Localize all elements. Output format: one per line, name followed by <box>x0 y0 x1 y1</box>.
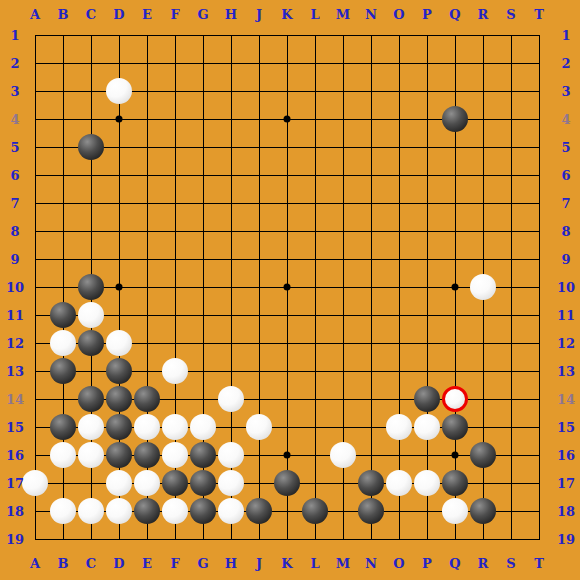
coord-label-top-F: F <box>170 8 179 21</box>
coord-label-top-P: P <box>422 8 432 21</box>
go-board[interactable]: AABBCCDDEEFFGGHHJJKKLLMMNNOOPPQQRRSSTT11… <box>0 0 580 580</box>
coord-label-left-14: 14 <box>6 393 24 406</box>
stone-white-A17[interactable] <box>22 470 48 496</box>
coord-label-bottom-D: D <box>113 557 124 570</box>
stone-white-B12[interactable] <box>50 330 76 356</box>
stone-white-G15[interactable] <box>190 414 216 440</box>
coord-label-right-14: 14 <box>557 393 575 406</box>
coord-label-right-5: 5 <box>561 141 570 154</box>
stone-white-F13[interactable] <box>162 358 188 384</box>
stone-black-R18[interactable] <box>470 498 496 524</box>
star-point-K4 <box>284 116 291 123</box>
stone-black-Q4[interactable] <box>442 106 468 132</box>
coord-label-top-A: A <box>30 8 40 21</box>
coord-label-left-12: 12 <box>6 337 24 350</box>
grid-line-horizontal <box>35 539 540 540</box>
coord-label-right-3: 3 <box>561 85 570 98</box>
last-move-stone-Q14[interactable] <box>442 386 468 412</box>
coord-label-bottom-A: A <box>30 557 40 570</box>
coord-label-right-17: 17 <box>557 477 575 490</box>
stone-black-P14[interactable] <box>414 386 440 412</box>
star-point-D10 <box>116 284 123 291</box>
stone-white-O17[interactable] <box>386 470 412 496</box>
coord-label-left-18: 18 <box>6 505 24 518</box>
stone-black-B11[interactable] <box>50 302 76 328</box>
coord-label-right-13: 13 <box>557 365 575 378</box>
stone-white-F16[interactable] <box>162 442 188 468</box>
coord-label-top-S: S <box>506 8 515 21</box>
coord-label-left-1: 1 <box>10 29 19 42</box>
coord-label-left-13: 13 <box>6 365 24 378</box>
stone-black-Q15[interactable] <box>442 414 468 440</box>
coord-label-left-5: 5 <box>10 141 19 154</box>
stone-black-G18[interactable] <box>190 498 216 524</box>
coord-label-left-7: 7 <box>10 197 19 210</box>
coord-label-left-16: 16 <box>6 449 24 462</box>
coord-label-right-9: 9 <box>561 253 570 266</box>
stone-black-D13[interactable] <box>106 358 132 384</box>
coord-label-bottom-G: G <box>197 557 208 570</box>
stone-black-C14[interactable] <box>78 386 104 412</box>
coord-label-right-8: 8 <box>561 225 570 238</box>
coord-label-left-6: 6 <box>10 169 19 182</box>
stone-black-L18[interactable] <box>302 498 328 524</box>
coord-label-top-Q: Q <box>449 8 460 21</box>
coord-label-top-T: T <box>534 8 544 21</box>
coord-label-bottom-F: F <box>170 557 179 570</box>
coord-label-top-J: J <box>256 8 262 21</box>
grid-line-vertical <box>399 35 400 540</box>
coord-label-bottom-M: M <box>336 557 350 570</box>
stone-white-P17[interactable] <box>414 470 440 496</box>
coord-label-top-O: O <box>393 8 404 21</box>
grid-line-vertical <box>539 35 540 540</box>
coord-label-left-15: 15 <box>6 421 24 434</box>
coord-label-right-19: 19 <box>557 533 575 546</box>
coord-label-top-K: K <box>281 8 292 21</box>
coord-label-bottom-Q: Q <box>449 557 460 570</box>
stone-white-C15[interactable] <box>78 414 104 440</box>
stone-black-G17[interactable] <box>190 470 216 496</box>
stone-black-D15[interactable] <box>106 414 132 440</box>
coord-label-left-3: 3 <box>10 85 19 98</box>
coord-label-left-9: 9 <box>10 253 19 266</box>
coord-label-top-C: C <box>86 8 96 21</box>
stone-white-E15[interactable] <box>134 414 160 440</box>
coord-label-left-17: 17 <box>6 477 24 490</box>
coord-label-right-1: 1 <box>561 29 570 42</box>
coord-label-bottom-T: T <box>534 557 544 570</box>
coord-label-bottom-R: R <box>478 557 489 570</box>
coord-label-right-12: 12 <box>557 337 575 350</box>
stone-black-B15[interactable] <box>50 414 76 440</box>
stone-white-H17[interactable] <box>218 470 244 496</box>
stone-white-P15[interactable] <box>414 414 440 440</box>
coord-label-top-M: M <box>336 8 350 21</box>
stone-white-H16[interactable] <box>218 442 244 468</box>
coord-label-right-11: 11 <box>557 309 575 322</box>
stone-black-N18[interactable] <box>358 498 384 524</box>
grid-line-vertical <box>371 35 372 540</box>
coord-label-top-E: E <box>142 8 152 21</box>
coord-label-bottom-J: J <box>256 557 262 570</box>
stone-white-J15[interactable] <box>246 414 272 440</box>
grid-line-vertical <box>511 35 512 540</box>
star-point-D4 <box>116 116 123 123</box>
stone-black-Q17[interactable] <box>442 470 468 496</box>
coord-label-left-4: 4 <box>10 113 19 126</box>
grid-line-vertical <box>315 35 316 540</box>
coord-label-top-B: B <box>58 8 69 21</box>
stone-white-D3[interactable] <box>106 78 132 104</box>
star-point-Q16 <box>452 452 459 459</box>
stone-black-D14[interactable] <box>106 386 132 412</box>
stone-black-B13[interactable] <box>50 358 76 384</box>
star-point-Q10 <box>452 284 459 291</box>
coord-label-left-2: 2 <box>10 57 19 70</box>
coord-label-right-4: 4 <box>561 113 570 126</box>
stone-black-N17[interactable] <box>358 470 384 496</box>
stone-white-C18[interactable] <box>78 498 104 524</box>
stone-white-C16[interactable] <box>78 442 104 468</box>
stone-white-B16[interactable] <box>50 442 76 468</box>
coord-label-left-19: 19 <box>6 533 24 546</box>
stone-black-E14[interactable] <box>134 386 160 412</box>
coord-label-left-10: 10 <box>6 281 24 294</box>
stone-white-H18[interactable] <box>218 498 244 524</box>
coord-label-left-11: 11 <box>6 309 24 322</box>
coord-label-bottom-K: K <box>281 557 292 570</box>
stone-white-O15[interactable] <box>386 414 412 440</box>
stone-black-C12[interactable] <box>78 330 104 356</box>
stone-white-Q18[interactable] <box>442 498 468 524</box>
stone-white-H14[interactable] <box>218 386 244 412</box>
coord-label-bottom-B: B <box>58 557 69 570</box>
stone-white-E17[interactable] <box>134 470 160 496</box>
star-point-K16 <box>284 452 291 459</box>
stone-white-D17[interactable] <box>106 470 132 496</box>
coord-label-top-G: G <box>197 8 208 21</box>
stone-white-F18[interactable] <box>162 498 188 524</box>
stone-black-E18[interactable] <box>134 498 160 524</box>
stone-white-D12[interactable] <box>106 330 132 356</box>
stone-black-J18[interactable] <box>246 498 272 524</box>
stone-black-F17[interactable] <box>162 470 188 496</box>
stone-white-M16[interactable] <box>330 442 356 468</box>
stone-black-G16[interactable] <box>190 442 216 468</box>
stone-white-C11[interactable] <box>78 302 104 328</box>
grid-line-horizontal <box>35 315 540 316</box>
coord-label-top-H: H <box>225 8 237 21</box>
stone-black-R16[interactable] <box>470 442 496 468</box>
coord-label-right-2: 2 <box>561 57 570 70</box>
coord-label-top-N: N <box>365 8 377 21</box>
coord-label-bottom-S: S <box>506 557 515 570</box>
coord-label-bottom-E: E <box>142 557 152 570</box>
stone-black-D16[interactable] <box>106 442 132 468</box>
coord-label-right-18: 18 <box>557 505 575 518</box>
coord-label-bottom-C: C <box>86 557 96 570</box>
coord-label-left-8: 8 <box>10 225 19 238</box>
stone-black-K17[interactable] <box>274 470 300 496</box>
coord-label-top-R: R <box>478 8 489 21</box>
coord-label-right-16: 16 <box>557 449 575 462</box>
coord-label-right-15: 15 <box>557 421 575 434</box>
stone-white-D18[interactable] <box>106 498 132 524</box>
coord-label-bottom-H: H <box>225 557 237 570</box>
stone-white-F15[interactable] <box>162 414 188 440</box>
star-point-K10 <box>284 284 291 291</box>
stone-white-B18[interactable] <box>50 498 76 524</box>
grid-line-vertical <box>427 35 428 540</box>
stone-black-C5[interactable] <box>78 134 104 160</box>
coord-label-right-10: 10 <box>557 281 575 294</box>
coord-label-top-L: L <box>310 8 319 21</box>
coord-label-right-6: 6 <box>561 169 570 182</box>
coord-label-right-7: 7 <box>561 197 570 210</box>
coord-label-bottom-O: O <box>393 557 404 570</box>
coord-label-bottom-L: L <box>310 557 319 570</box>
coord-label-bottom-N: N <box>365 557 377 570</box>
stone-white-R10[interactable] <box>470 274 496 300</box>
stone-black-C10[interactable] <box>78 274 104 300</box>
coord-label-top-D: D <box>113 8 124 21</box>
stone-black-E16[interactable] <box>134 442 160 468</box>
coord-label-bottom-P: P <box>422 557 432 570</box>
